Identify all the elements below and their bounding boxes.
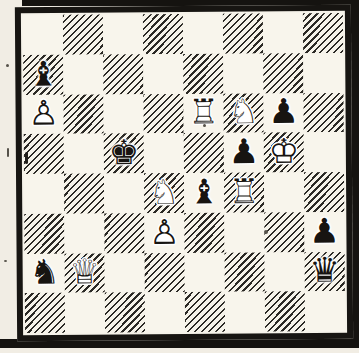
square-d4[interactable]: ♞♘ <box>144 173 184 213</box>
piece-bP-f5[interactable]: ♟ <box>224 133 264 173</box>
wQ-icon: ♕ <box>69 255 100 289</box>
square-h4[interactable] <box>304 172 344 212</box>
square-a8[interactable] <box>23 15 63 55</box>
bQ-icon: ♛ <box>309 253 340 287</box>
square-g8[interactable] <box>263 13 303 53</box>
square-e4[interactable]: ♝ <box>184 173 224 213</box>
ink-speck <box>264 230 268 234</box>
square-d2[interactable] <box>145 252 185 292</box>
piece-wP-a6[interactable]: ♟♙ <box>23 94 63 134</box>
piece-wK-g5[interactable]: ♚♔ <box>264 132 304 172</box>
ink-speck <box>4 260 7 262</box>
square-a1[interactable] <box>25 293 65 333</box>
square-e3[interactable] <box>184 212 224 252</box>
square-g5[interactable]: ♚♔ <box>264 132 304 172</box>
piece-bN-a2[interactable]: ♞ <box>25 253 65 293</box>
square-b8[interactable] <box>63 15 103 55</box>
bN-icon: ♞ <box>29 255 60 289</box>
square-d5[interactable] <box>144 133 184 173</box>
square-c4[interactable] <box>104 173 144 213</box>
square-c2[interactable] <box>105 253 145 293</box>
piece-bP-g6[interactable]: ♟ <box>263 93 303 133</box>
square-h8[interactable] <box>303 13 343 53</box>
piece-wR-f4[interactable]: ♜♖ <box>224 172 264 212</box>
square-c8[interactable] <box>103 14 143 54</box>
square-g1[interactable] <box>265 291 305 331</box>
square-b1[interactable] <box>65 293 105 333</box>
square-e2[interactable] <box>185 252 225 292</box>
piece-wR-e6[interactable]: ♜♖ <box>183 93 223 133</box>
square-d3[interactable]: ♟♙ <box>144 213 184 253</box>
square-e5[interactable] <box>184 133 224 173</box>
square-d1[interactable] <box>145 292 185 332</box>
bK-icon: ♚ <box>108 135 139 169</box>
square-h3[interactable]: ♟ <box>304 212 344 252</box>
square-d6[interactable] <box>143 94 183 134</box>
chess-board-frame: ♝♟♙♜♖♞♘♟♚♟♚♔♞♘♝♜♖♟♙♟♞♛♕♛ <box>15 5 353 341</box>
newspaper-chess-clipping: ♝♟♙♜♖♞♘♟♚♟♚♔♞♘♝♜♖♟♙♟♞♛♕♛ <box>0 0 359 353</box>
wP-icon: ♙ <box>149 214 180 248</box>
square-g6[interactable]: ♟ <box>263 93 303 133</box>
bB-icon: ♝ <box>189 174 220 208</box>
square-h6[interactable] <box>303 92 343 132</box>
square-c5[interactable]: ♚ <box>104 134 144 174</box>
square-g7[interactable] <box>263 53 303 93</box>
square-f2[interactable] <box>225 252 265 292</box>
square-h5[interactable] <box>304 132 344 172</box>
square-b3[interactable] <box>64 213 104 253</box>
square-f4[interactable]: ♜♖ <box>224 172 264 212</box>
square-g2[interactable] <box>265 252 305 292</box>
wN-icon: ♘ <box>149 175 180 209</box>
wN-icon: ♘ <box>228 94 259 128</box>
piece-bQ-h2[interactable]: ♛ <box>305 251 345 291</box>
square-f8[interactable] <box>223 13 263 53</box>
piece-bB-e4[interactable]: ♝ <box>184 173 224 213</box>
square-g3[interactable] <box>264 212 304 252</box>
ink-speck <box>6 64 9 67</box>
square-g4[interactable] <box>264 172 304 212</box>
chess-board: ♝♟♙♜♖♞♘♟♚♟♚♔♞♘♝♜♖♟♙♟♞♛♕♛ <box>23 13 345 333</box>
square-f5[interactable]: ♟ <box>224 133 264 173</box>
wK-icon: ♔ <box>268 134 299 168</box>
bB-icon: ♝ <box>28 56 59 90</box>
square-c7[interactable] <box>103 54 143 94</box>
square-b4[interactable] <box>64 174 104 214</box>
square-e7[interactable] <box>183 53 223 93</box>
bP-icon: ♟ <box>228 134 259 168</box>
wR-icon: ♖ <box>229 174 260 208</box>
square-a7[interactable]: ♝ <box>23 55 63 95</box>
square-c3[interactable] <box>104 213 144 253</box>
piece-bP-h3[interactable]: ♟ <box>304 212 344 252</box>
square-c6[interactable] <box>103 94 143 134</box>
wP-icon: ♙ <box>28 96 59 130</box>
ink-speck <box>25 152 28 164</box>
bP-icon: ♟ <box>309 213 340 247</box>
square-d8[interactable] <box>143 14 183 54</box>
square-a6[interactable]: ♟♙ <box>23 94 63 134</box>
piece-wQ-b2[interactable]: ♛♕ <box>65 253 105 293</box>
ink-speck <box>7 148 9 157</box>
piece-wN-f6[interactable]: ♞♘ <box>223 93 263 133</box>
square-h2[interactable]: ♛ <box>305 251 345 291</box>
square-b2[interactable]: ♛♕ <box>65 253 105 293</box>
square-f6[interactable]: ♞♘ <box>223 93 263 133</box>
ink-speck <box>203 124 206 127</box>
square-d7[interactable] <box>143 54 183 94</box>
piece-bB-a7[interactable]: ♝ <box>23 55 63 95</box>
bP-icon: ♟ <box>268 94 299 128</box>
square-a5[interactable] <box>24 134 64 174</box>
square-e1[interactable] <box>185 292 225 332</box>
square-c1[interactable] <box>105 293 145 333</box>
square-b7[interactable] <box>63 54 103 94</box>
square-h7[interactable] <box>303 53 343 93</box>
piece-bK-c5[interactable]: ♚ <box>104 134 144 174</box>
square-b6[interactable] <box>63 94 103 134</box>
square-a2[interactable]: ♞ <box>25 253 65 293</box>
square-f1[interactable] <box>225 292 265 332</box>
square-a4[interactable] <box>24 174 64 214</box>
square-h1[interactable] <box>305 291 345 331</box>
square-f3[interactable] <box>224 212 264 252</box>
piece-wP-d3[interactable]: ♟♙ <box>144 213 184 253</box>
square-a3[interactable] <box>24 214 64 254</box>
square-f7[interactable] <box>223 53 263 93</box>
piece-wN-d4[interactable]: ♞♘ <box>144 173 184 213</box>
square-e6[interactable]: ♜♖ <box>183 93 223 133</box>
square-b5[interactable] <box>64 134 104 174</box>
square-e8[interactable] <box>183 14 223 54</box>
